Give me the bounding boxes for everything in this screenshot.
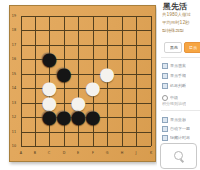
grid-line — [21, 74, 151, 75]
grid-line — [21, 132, 151, 133]
grid-line — [151, 16, 152, 146]
row-label: 10 — [11, 144, 15, 147]
option-row[interactable]: 隐藏计时器 — [162, 132, 200, 143]
grid-line — [21, 16, 151, 17]
col-label: C — [48, 151, 50, 154]
row-label: 17 — [11, 43, 15, 46]
black-first-button[interactable]: 黑先 — [164, 42, 182, 53]
row-label: 16 — [11, 58, 15, 61]
divider — [161, 110, 200, 111]
grid-line — [21, 16, 22, 146]
level-note: 积分规则说明 — [162, 101, 186, 107]
grid-line — [21, 45, 151, 46]
option-label: 显示坐标 — [170, 117, 186, 123]
col-label: A — [19, 151, 21, 154]
side-panel: 黑先活 共1980人做过平均用时12秒型特殊题型 黑先 提示 显示答案显示手顺机… — [157, 0, 200, 170]
divider — [161, 57, 200, 58]
info-line: 型特殊题型 — [162, 28, 184, 34]
col-label: G — [106, 151, 109, 154]
grid-line — [122, 16, 123, 146]
row-label: 18 — [11, 29, 15, 32]
row-label: 19 — [11, 14, 15, 17]
grid-line — [136, 16, 137, 146]
checkbox-icon — [162, 73, 168, 79]
option-label: 显示手顺 — [170, 73, 186, 79]
hint-label: 提示 — [189, 45, 197, 51]
checkbox-icon — [162, 126, 168, 132]
radio-icon — [162, 95, 168, 101]
option-label: 自动下一题 — [170, 126, 190, 132]
option-label: 机器判断 — [170, 83, 186, 89]
grid-line — [35, 16, 36, 146]
col-label: J — [136, 151, 137, 154]
black-first-label: 黑先 — [170, 45, 178, 51]
grid-line — [21, 146, 151, 147]
info-line: 共1980人做过 — [162, 12, 191, 18]
go-board[interactable]: 19A18B17C16D15E14F13G12H11J10K●●●●●●●●●●… — [9, 5, 156, 162]
col-label: D — [63, 151, 66, 154]
col-label: B — [34, 151, 36, 154]
search-box[interactable] — [160, 143, 197, 169]
option-label: 隐藏计时器 — [170, 135, 190, 141]
row-label: 13 — [11, 101, 15, 104]
col-label: H — [120, 151, 123, 154]
row-label: 14 — [11, 87, 15, 90]
option-label: 显示答案 — [170, 63, 186, 69]
col-label: K — [149, 151, 151, 154]
col-label: E — [77, 151, 79, 154]
checkbox-icon — [162, 117, 168, 123]
col-label: F — [92, 151, 94, 154]
problem-title: 黑先活 — [163, 1, 187, 12]
checkbox-icon — [162, 63, 168, 69]
row-label: 15 — [11, 72, 15, 75]
stone-black[interactable]: ● — [84, 108, 102, 126]
checkbox-icon — [162, 135, 168, 141]
page: 19A18B17C16D15E14F13G12H11J10K●●●●●●●●●●… — [0, 0, 200, 170]
hint-button[interactable]: 提示 — [184, 42, 200, 53]
grid-line — [21, 30, 151, 31]
row-label: 12 — [11, 115, 15, 118]
level-label: 中级 — [170, 95, 178, 101]
search-icon — [174, 151, 183, 160]
option-row[interactable]: 机器判断 — [162, 80, 200, 91]
info-line: 平均用时12秒 — [162, 20, 190, 26]
row-label: 11 — [11, 130, 15, 133]
checkbox-icon — [162, 83, 168, 89]
